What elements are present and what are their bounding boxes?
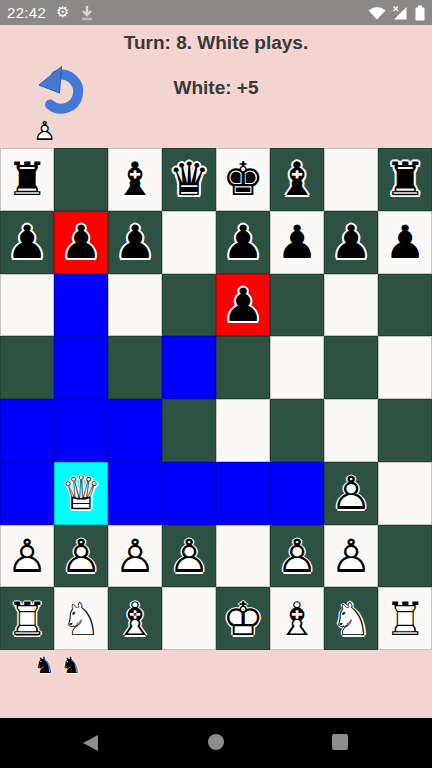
square-d5[interactable]	[162, 336, 216, 399]
piece-outline-layer: ♙	[330, 529, 371, 583]
square-g3[interactable]: ♟♙	[324, 462, 378, 525]
turn-indicator: Turn: 8. White plays.	[0, 32, 432, 54]
square-c8[interactable]: ♝	[108, 148, 162, 211]
home-icon[interactable]	[208, 734, 224, 750]
black-pawn: ♟	[276, 219, 317, 265]
piece-outline-layer: ♙	[330, 466, 371, 520]
square-e6[interactable]: ♟	[216, 274, 270, 337]
piece-outline-layer: ♖	[384, 592, 425, 646]
square-b8[interactable]	[54, 148, 108, 211]
square-f8[interactable]: ♝	[270, 148, 324, 211]
back-icon[interactable]	[83, 735, 98, 751]
black-knight: ♞	[61, 654, 82, 718]
square-h3[interactable]	[378, 462, 432, 525]
captured-by-white-tray: ♞♞	[0, 650, 432, 718]
square-c1[interactable]: ♝♗	[108, 587, 162, 650]
square-b1[interactable]: ♞♘	[54, 587, 108, 650]
square-f1[interactable]: ♝♗	[270, 587, 324, 650]
status-bar: 22:42 ⚙	[0, 0, 432, 25]
piece-outline-layer: ♙	[33, 116, 56, 146]
battery-icon	[415, 5, 425, 21]
white-pawn: ♟♙	[114, 533, 155, 579]
white-king: ♚♔	[222, 596, 263, 642]
recents-icon[interactable]	[332, 734, 348, 750]
captured-by-black-tray: ♟♙	[33, 118, 56, 144]
square-b5[interactable]	[54, 336, 108, 399]
white-pawn: ♟♙	[60, 533, 101, 579]
square-g1[interactable]: ♞♘	[324, 587, 378, 650]
square-e3[interactable]	[216, 462, 270, 525]
header: Turn: 8. White plays. White: +5 ♟♙	[0, 25, 432, 148]
piece-outline-layer: ♕	[60, 466, 101, 520]
black-pawn: ♟	[6, 219, 47, 265]
square-b3[interactable]: ♛♕	[54, 462, 108, 525]
square-b6[interactable]	[54, 274, 108, 337]
square-g6[interactable]	[324, 274, 378, 337]
square-a8[interactable]: ♜	[0, 148, 54, 211]
white-pawn: ♟♙	[330, 470, 371, 516]
black-pawn: ♟	[114, 219, 155, 265]
square-e2[interactable]	[216, 525, 270, 588]
square-a3[interactable]	[0, 462, 54, 525]
white-pawn: ♟♙	[168, 533, 209, 579]
chess-board: ♜♝♛♚♝♜♟♟♟♟♟♟♟♟♛♕♟♙♟♙♟♙♟♙♟♙♟♙♟♙♜♖♞♘♝♗♚♔♝♗…	[0, 148, 432, 650]
square-f4[interactable]	[270, 399, 324, 462]
square-a2[interactable]: ♟♙	[0, 525, 54, 588]
white-rook: ♜♖	[6, 596, 47, 642]
square-h7[interactable]: ♟	[378, 211, 432, 274]
square-d4[interactable]	[162, 399, 216, 462]
square-e5[interactable]	[216, 336, 270, 399]
square-d3[interactable]	[162, 462, 216, 525]
square-d7[interactable]	[162, 211, 216, 274]
square-b2[interactable]: ♟♙	[54, 525, 108, 588]
piece-outline-layer: ♙	[6, 529, 47, 583]
square-a7[interactable]: ♟	[0, 211, 54, 274]
black-pawn: ♟	[330, 219, 371, 265]
square-g5[interactable]	[324, 336, 378, 399]
white-pawn: ♟♙	[33, 118, 56, 144]
square-e8[interactable]: ♚	[216, 148, 270, 211]
black-pawn: ♟	[384, 219, 425, 265]
download-icon	[80, 5, 94, 21]
square-a6[interactable]	[0, 274, 54, 337]
square-f2[interactable]: ♟♙	[270, 525, 324, 588]
black-bishop: ♝	[114, 156, 155, 202]
piece-outline-layer: ♙	[276, 529, 317, 583]
square-d1[interactable]	[162, 587, 216, 650]
piece-outline-layer: ♙	[168, 529, 209, 583]
black-bishop: ♝	[276, 156, 317, 202]
black-pawn: ♟	[60, 219, 101, 265]
square-f6[interactable]	[270, 274, 324, 337]
square-h2[interactable]	[378, 525, 432, 588]
square-c3[interactable]	[108, 462, 162, 525]
square-g4[interactable]	[324, 399, 378, 462]
black-queen: ♛	[168, 156, 209, 202]
square-g7[interactable]: ♟	[324, 211, 378, 274]
settings-gear-icon: ⚙	[56, 5, 69, 20]
black-rook: ♜	[384, 156, 425, 202]
square-h6[interactable]	[378, 274, 432, 337]
square-b4[interactable]	[54, 399, 108, 462]
piece-outline-layer: ♖	[6, 592, 47, 646]
square-c4[interactable]	[108, 399, 162, 462]
square-h5[interactable]	[378, 336, 432, 399]
square-h1[interactable]: ♜♖	[378, 587, 432, 650]
piece-outline-layer: ♘	[330, 592, 371, 646]
square-d8[interactable]: ♛	[162, 148, 216, 211]
clock: 22:42	[7, 4, 46, 21]
square-e1[interactable]: ♚♔	[216, 587, 270, 650]
square-c7[interactable]: ♟	[108, 211, 162, 274]
piece-outline-layer: ♗	[114, 592, 155, 646]
black-king: ♚	[222, 156, 263, 202]
wifi-icon	[368, 6, 386, 20]
black-rook: ♜	[6, 156, 47, 202]
white-knight: ♞♘	[330, 596, 371, 642]
square-d2[interactable]: ♟♙	[162, 525, 216, 588]
white-pawn: ♟♙	[276, 533, 317, 579]
white-knight: ♞♘	[60, 596, 101, 642]
square-a5[interactable]	[0, 336, 54, 399]
white-pawn: ♟♙	[330, 533, 371, 579]
white-bishop: ♝♗	[114, 596, 155, 642]
piece-outline-layer: ♙	[60, 529, 101, 583]
material-score: White: +5	[0, 77, 432, 99]
square-f7[interactable]: ♟	[270, 211, 324, 274]
black-pawn: ♟	[222, 282, 263, 328]
black-knight: ♞	[34, 654, 55, 718]
white-rook: ♜♖	[384, 596, 425, 642]
square-e4[interactable]	[216, 399, 270, 462]
white-queen: ♛♕	[60, 470, 101, 516]
square-h8[interactable]: ♜	[378, 148, 432, 211]
piece-outline-layer: ♗	[276, 592, 317, 646]
square-a1[interactable]: ♜♖	[0, 587, 54, 650]
square-d6[interactable]	[162, 274, 216, 337]
black-pawn: ♟	[222, 219, 263, 265]
android-nav-bar	[0, 718, 432, 768]
square-e7[interactable]: ♟	[216, 211, 270, 274]
cell-signal-x-icon	[392, 5, 409, 20]
square-c6[interactable]	[108, 274, 162, 337]
square-c2[interactable]: ♟♙	[108, 525, 162, 588]
square-g2[interactable]: ♟♙	[324, 525, 378, 588]
square-c5[interactable]	[108, 336, 162, 399]
square-f5[interactable]	[270, 336, 324, 399]
square-g8[interactable]	[324, 148, 378, 211]
square-b7[interactable]: ♟	[54, 211, 108, 274]
piece-outline-layer: ♙	[114, 529, 155, 583]
white-bishop: ♝♗	[276, 596, 317, 642]
square-h4[interactable]	[378, 399, 432, 462]
piece-outline-layer: ♘	[60, 592, 101, 646]
square-a4[interactable]	[0, 399, 54, 462]
square-f3[interactable]	[270, 462, 324, 525]
piece-outline-layer: ♔	[222, 592, 263, 646]
white-pawn: ♟♙	[6, 533, 47, 579]
